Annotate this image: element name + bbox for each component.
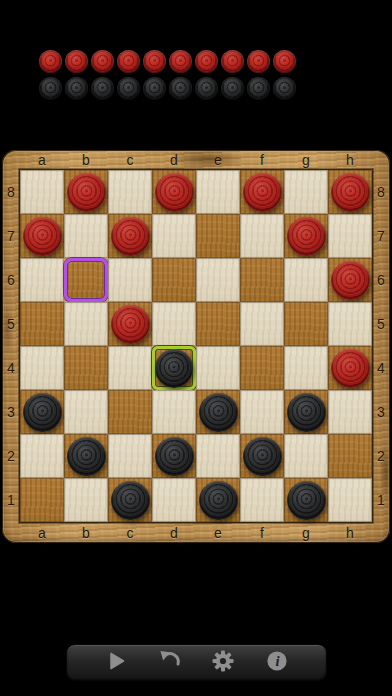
square-h6[interactable] bbox=[328, 258, 372, 302]
square-f3[interactable] bbox=[240, 390, 284, 434]
file-label-e: e bbox=[196, 150, 240, 170]
square-g2[interactable] bbox=[284, 434, 328, 478]
svg-text:i: i bbox=[276, 653, 280, 669]
square-g4[interactable] bbox=[284, 346, 328, 390]
square-c8[interactable] bbox=[108, 170, 152, 214]
square-c7[interactable] bbox=[108, 214, 152, 258]
tray-red-piece bbox=[247, 50, 270, 73]
square-b8[interactable] bbox=[64, 170, 108, 214]
square-a4[interactable] bbox=[20, 346, 64, 390]
square-g7[interactable] bbox=[284, 214, 328, 258]
square-a7[interactable] bbox=[20, 214, 64, 258]
square-g6[interactable] bbox=[284, 258, 328, 302]
rank-label-5: 5 bbox=[2, 302, 20, 346]
square-a8[interactable] bbox=[20, 170, 64, 214]
file-label-a: a bbox=[20, 150, 64, 170]
square-d3[interactable] bbox=[152, 390, 196, 434]
red-piece-h6[interactable] bbox=[331, 261, 370, 300]
square-h7[interactable] bbox=[328, 214, 372, 258]
file-label-f: f bbox=[240, 522, 284, 543]
black-piece-f2[interactable] bbox=[243, 437, 282, 476]
black-piece-e1[interactable] bbox=[199, 481, 238, 520]
rank-labels-left: 87654321 bbox=[2, 170, 20, 522]
square-b4[interactable] bbox=[64, 346, 108, 390]
black-piece-b2[interactable] bbox=[67, 437, 106, 476]
square-e4[interactable] bbox=[196, 346, 240, 390]
black-piece-g3[interactable] bbox=[287, 393, 326, 432]
tray-black-piece bbox=[143, 77, 166, 100]
tray-black-piece bbox=[195, 77, 218, 100]
square-f8[interactable] bbox=[240, 170, 284, 214]
square-c1[interactable] bbox=[108, 478, 152, 522]
tray-red-piece bbox=[273, 50, 296, 73]
tray-red-piece bbox=[195, 50, 218, 73]
file-label-c: c bbox=[108, 522, 152, 543]
undo-icon bbox=[158, 649, 182, 676]
square-d4-green-highlight[interactable] bbox=[152, 346, 196, 390]
rank-label-3: 3 bbox=[372, 390, 390, 434]
tray-red-piece bbox=[65, 50, 88, 73]
square-c4[interactable] bbox=[108, 346, 152, 390]
file-label-c: c bbox=[108, 150, 152, 170]
rank-label-8: 8 bbox=[372, 170, 390, 214]
red-piece-f8[interactable] bbox=[243, 173, 282, 212]
square-h3[interactable] bbox=[328, 390, 372, 434]
red-piece-h8[interactable] bbox=[331, 173, 370, 212]
square-g5[interactable] bbox=[284, 302, 328, 346]
red-piece-d8[interactable] bbox=[155, 173, 194, 212]
checkers-app-screen: abcdefgh 87654321 87654321 abcdefgh bbox=[0, 0, 392, 696]
file-label-d: d bbox=[152, 522, 196, 543]
red-piece-a7[interactable] bbox=[23, 217, 62, 256]
square-a3[interactable] bbox=[20, 390, 64, 434]
tray-black-piece bbox=[117, 77, 140, 100]
tray-red-piece bbox=[143, 50, 166, 73]
square-b5[interactable] bbox=[64, 302, 108, 346]
square-d5[interactable] bbox=[152, 302, 196, 346]
square-g8[interactable] bbox=[284, 170, 328, 214]
toolbar: i bbox=[66, 644, 327, 681]
file-label-h: h bbox=[328, 522, 372, 543]
square-h5[interactable] bbox=[328, 302, 372, 346]
rank-label-2: 2 bbox=[372, 434, 390, 478]
play-icon bbox=[104, 649, 128, 676]
square-f1[interactable] bbox=[240, 478, 284, 522]
rank-label-4: 4 bbox=[372, 346, 390, 390]
square-g1[interactable] bbox=[284, 478, 328, 522]
black-piece-a3[interactable] bbox=[23, 393, 62, 432]
file-labels-bottom: abcdefgh bbox=[20, 522, 372, 543]
square-d1[interactable] bbox=[152, 478, 196, 522]
tray-black-piece bbox=[273, 77, 296, 100]
file-label-b: b bbox=[64, 522, 108, 543]
square-b6-purple-highlight[interactable] bbox=[64, 258, 108, 302]
tray-black-piece bbox=[221, 77, 244, 100]
square-f4[interactable] bbox=[240, 346, 284, 390]
square-e2[interactable] bbox=[196, 434, 240, 478]
square-d2[interactable] bbox=[152, 434, 196, 478]
rank-label-2: 2 bbox=[2, 434, 20, 478]
red-piece-c5[interactable] bbox=[111, 305, 150, 344]
square-a6[interactable] bbox=[20, 258, 64, 302]
black-piece-d4[interactable] bbox=[155, 349, 193, 388]
square-d7[interactable] bbox=[152, 214, 196, 258]
square-f5[interactable] bbox=[240, 302, 284, 346]
rank-label-6: 6 bbox=[2, 258, 20, 302]
square-c6[interactable] bbox=[108, 258, 152, 302]
rank-label-1: 1 bbox=[2, 478, 20, 522]
settings-button[interactable] bbox=[209, 649, 237, 677]
square-c2[interactable] bbox=[108, 434, 152, 478]
rank-labels-right: 87654321 bbox=[372, 170, 390, 522]
rank-label-3: 3 bbox=[2, 390, 20, 434]
red-piece-c7[interactable] bbox=[111, 217, 150, 256]
black-piece-d2[interactable] bbox=[155, 437, 194, 476]
rank-label-1: 1 bbox=[372, 478, 390, 522]
square-a2[interactable] bbox=[20, 434, 64, 478]
file-label-a: a bbox=[20, 522, 64, 543]
square-h8[interactable] bbox=[328, 170, 372, 214]
rank-label-8: 8 bbox=[2, 170, 20, 214]
square-f6[interactable] bbox=[240, 258, 284, 302]
rank-label-7: 7 bbox=[372, 214, 390, 258]
rank-label-4: 4 bbox=[2, 346, 20, 390]
square-a5[interactable] bbox=[20, 302, 64, 346]
tray-red-piece bbox=[169, 50, 192, 73]
square-h4[interactable] bbox=[328, 346, 372, 390]
square-b7[interactable] bbox=[64, 214, 108, 258]
file-label-e: e bbox=[196, 522, 240, 543]
checkers-board: abcdefgh 87654321 87654321 abcdefgh bbox=[2, 150, 390, 543]
square-c5[interactable] bbox=[108, 302, 152, 346]
board-grid bbox=[20, 170, 372, 522]
square-g3[interactable] bbox=[284, 390, 328, 434]
tray-black-piece bbox=[247, 77, 270, 100]
square-c3[interactable] bbox=[108, 390, 152, 434]
square-b2[interactable] bbox=[64, 434, 108, 478]
file-label-g: g bbox=[284, 150, 328, 170]
file-label-h: h bbox=[328, 150, 372, 170]
file-labels-top: abcdefgh bbox=[20, 150, 372, 170]
black-piece-e3[interactable] bbox=[199, 393, 238, 432]
tray-black-piece bbox=[65, 77, 88, 100]
square-e1[interactable] bbox=[196, 478, 240, 522]
tray-red-piece bbox=[39, 50, 62, 73]
tray-red-piece bbox=[117, 50, 140, 73]
play-button[interactable] bbox=[102, 649, 130, 677]
rank-label-6: 6 bbox=[372, 258, 390, 302]
rank-label-7: 7 bbox=[2, 214, 20, 258]
black-piece-g1[interactable] bbox=[287, 481, 326, 520]
square-d8[interactable] bbox=[152, 170, 196, 214]
square-e3[interactable] bbox=[196, 390, 240, 434]
red-pieces-tray bbox=[39, 50, 296, 73]
black-pieces-tray bbox=[39, 77, 296, 100]
red-piece-g7[interactable] bbox=[287, 217, 326, 256]
tray-red-piece bbox=[221, 50, 244, 73]
square-e8[interactable] bbox=[196, 170, 240, 214]
square-h1[interactable] bbox=[328, 478, 372, 522]
square-b1[interactable] bbox=[64, 478, 108, 522]
file-label-f: f bbox=[240, 150, 284, 170]
tray-black-piece bbox=[91, 77, 114, 100]
square-e5[interactable] bbox=[196, 302, 240, 346]
file-label-g: g bbox=[284, 522, 328, 543]
square-e6[interactable] bbox=[196, 258, 240, 302]
square-e7[interactable] bbox=[196, 214, 240, 258]
black-piece-c1[interactable] bbox=[111, 481, 150, 520]
tray-black-piece bbox=[39, 77, 62, 100]
square-d6[interactable] bbox=[152, 258, 196, 302]
square-b3[interactable] bbox=[64, 390, 108, 434]
square-f2[interactable] bbox=[240, 434, 284, 478]
info-button[interactable]: i bbox=[263, 649, 291, 677]
undo-button[interactable] bbox=[156, 649, 184, 677]
info-icon: i bbox=[265, 649, 289, 676]
square-f7[interactable] bbox=[240, 214, 284, 258]
gear-icon bbox=[211, 649, 235, 676]
rank-label-5: 5 bbox=[372, 302, 390, 346]
tray-red-piece bbox=[91, 50, 114, 73]
square-a1[interactable] bbox=[20, 478, 64, 522]
file-label-d: d bbox=[152, 150, 196, 170]
square-h2[interactable] bbox=[328, 434, 372, 478]
file-label-b: b bbox=[64, 150, 108, 170]
tray-black-piece bbox=[169, 77, 192, 100]
red-piece-h4[interactable] bbox=[331, 349, 370, 388]
red-piece-b8[interactable] bbox=[67, 173, 106, 212]
